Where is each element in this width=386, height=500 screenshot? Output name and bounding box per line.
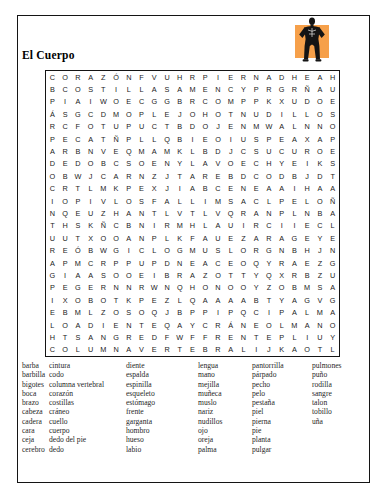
grid-cell[interactable]: W bbox=[97, 96, 110, 108]
grid-cell[interactable]: B bbox=[173, 121, 186, 133]
grid-cell[interactable]: R bbox=[59, 183, 72, 195]
grid-cell[interactable]: P bbox=[148, 257, 161, 269]
grid-cell[interactable]: P bbox=[122, 121, 135, 133]
grid-cell[interactable]: A bbox=[326, 282, 339, 294]
grid-cell[interactable]: A bbox=[186, 183, 199, 195]
grid-cell[interactable]: A bbox=[84, 133, 97, 145]
grid-cell[interactable]: M bbox=[186, 83, 199, 95]
grid-cell[interactable]: G bbox=[110, 331, 123, 343]
grid-cell[interactable]: H bbox=[186, 220, 199, 232]
grid-cell[interactable]: O bbox=[186, 108, 199, 120]
grid-cell[interactable]: A bbox=[71, 96, 84, 108]
grid-cell[interactable]: E bbox=[212, 170, 225, 182]
grid-cell[interactable]: I bbox=[97, 319, 110, 331]
grid-cell[interactable]: N bbox=[161, 158, 174, 170]
grid-cell[interactable]: O bbox=[224, 282, 237, 294]
grid-cell[interactable]: I bbox=[288, 220, 301, 232]
grid-cell[interactable]: S bbox=[224, 195, 237, 207]
grid-cell[interactable]: A bbox=[148, 145, 161, 157]
grid-cell[interactable]: G bbox=[161, 96, 174, 108]
grid-cell[interactable]: B bbox=[161, 269, 174, 281]
grid-cell[interactable]: E bbox=[71, 207, 84, 219]
grid-cell[interactable]: O bbox=[199, 121, 212, 133]
grid-cell[interactable]: E bbox=[326, 96, 339, 108]
grid-cell[interactable]: C bbox=[110, 220, 123, 232]
grid-cell[interactable]: A bbox=[71, 319, 84, 331]
grid-cell[interactable]: N bbox=[237, 183, 250, 195]
grid-cell[interactable]: P bbox=[122, 133, 135, 145]
grid-cell[interactable]: I bbox=[301, 158, 314, 170]
grid-cell[interactable]: Y bbox=[263, 257, 276, 269]
grid-cell[interactable]: N bbox=[110, 344, 123, 356]
grid-cell[interactable]: N bbox=[173, 257, 186, 269]
grid-cell[interactable]: J bbox=[161, 306, 174, 318]
grid-cell[interactable]: L bbox=[84, 306, 97, 318]
grid-cell[interactable]: J bbox=[314, 244, 327, 256]
grid-cell[interactable]: O bbox=[122, 195, 135, 207]
grid-cell[interactable]: O bbox=[59, 195, 72, 207]
grid-cell[interactable]: T bbox=[263, 294, 276, 306]
grid-cell[interactable]: S bbox=[135, 195, 148, 207]
grid-cell[interactable]: I bbox=[148, 269, 161, 281]
grid-cell[interactable]: A bbox=[288, 257, 301, 269]
grid-cell[interactable]: L bbox=[161, 232, 174, 244]
grid-cell[interactable]: E bbox=[59, 133, 72, 145]
grid-cell[interactable]: O bbox=[237, 244, 250, 256]
grid-cell[interactable]: F bbox=[71, 121, 84, 133]
grid-cell[interactable]: N bbox=[84, 145, 97, 157]
grid-cell[interactable]: L bbox=[288, 331, 301, 343]
grid-cell[interactable]: Q bbox=[186, 294, 199, 306]
grid-cell[interactable]: A bbox=[288, 306, 301, 318]
grid-cell[interactable]: E bbox=[301, 232, 314, 244]
grid-cell[interactable]: L bbox=[148, 133, 161, 145]
grid-cell[interactable]: E bbox=[326, 232, 339, 244]
grid-cell[interactable]: K bbox=[84, 220, 97, 232]
grid-cell[interactable]: I bbox=[250, 344, 263, 356]
grid-cell[interactable]: I bbox=[301, 331, 314, 343]
grid-cell[interactable]: D bbox=[186, 121, 199, 133]
grid-cell[interactable]: E bbox=[250, 319, 263, 331]
grid-cell[interactable]: D bbox=[97, 108, 110, 120]
grid-cell[interactable]: A bbox=[314, 83, 327, 95]
grid-cell[interactable]: R bbox=[288, 269, 301, 281]
grid-cell[interactable]: M bbox=[301, 282, 314, 294]
grid-cell[interactable]: G bbox=[326, 257, 339, 269]
grid-cell[interactable]: Z bbox=[97, 71, 110, 83]
grid-cell[interactable]: F bbox=[199, 331, 212, 343]
grid-cell[interactable]: U bbox=[135, 121, 148, 133]
grid-cell[interactable]: N bbox=[326, 244, 339, 256]
grid-cell[interactable]: A bbox=[326, 183, 339, 195]
grid-cell[interactable]: F bbox=[161, 331, 174, 343]
grid-cell[interactable]: L bbox=[288, 207, 301, 219]
grid-cell[interactable]: L bbox=[326, 344, 339, 356]
grid-cell[interactable]: O bbox=[212, 108, 225, 120]
grid-cell[interactable]: Q bbox=[263, 269, 276, 281]
grid-cell[interactable]: R bbox=[250, 220, 263, 232]
grid-cell[interactable]: Q bbox=[122, 145, 135, 157]
grid-cell[interactable]: I bbox=[288, 183, 301, 195]
grid-cell[interactable]: P bbox=[275, 207, 288, 219]
grid-cell[interactable]: D bbox=[71, 158, 84, 170]
grid-cell[interactable]: C bbox=[59, 121, 72, 133]
grid-cell[interactable]: R bbox=[122, 170, 135, 182]
grid-cell[interactable]: N bbox=[135, 220, 148, 232]
grid-cell[interactable]: H bbox=[199, 108, 212, 120]
grid-cell[interactable]: C bbox=[275, 145, 288, 157]
grid-cell[interactable]: O bbox=[59, 319, 72, 331]
grid-cell[interactable]: O bbox=[59, 344, 72, 356]
grid-cell[interactable]: M bbox=[97, 183, 110, 195]
grid-cell[interactable]: G bbox=[301, 294, 314, 306]
grid-cell[interactable]: T bbox=[250, 331, 263, 343]
grid-cell[interactable]: Y bbox=[237, 83, 250, 95]
grid-cell[interactable]: N bbox=[237, 319, 250, 331]
grid-cell[interactable]: C bbox=[212, 183, 225, 195]
grid-cell[interactable]: E bbox=[186, 257, 199, 269]
grid-cell[interactable]: Z bbox=[148, 170, 161, 182]
grid-cell[interactable]: Y bbox=[314, 232, 327, 244]
grid-cell[interactable]: C bbox=[71, 133, 84, 145]
grid-cell[interactable]: O bbox=[212, 269, 225, 281]
grid-cell[interactable]: R bbox=[97, 282, 110, 294]
grid-cell[interactable]: Z bbox=[237, 232, 250, 244]
grid-cell[interactable]: R bbox=[186, 96, 199, 108]
grid-cell[interactable]: O bbox=[301, 344, 314, 356]
grid-cell[interactable]: A bbox=[263, 183, 276, 195]
grid-cell[interactable]: E bbox=[224, 257, 237, 269]
grid-cell[interactable]: O bbox=[97, 294, 110, 306]
grid-cell[interactable]: M bbox=[212, 195, 225, 207]
grid-cell[interactable]: A bbox=[148, 83, 161, 95]
grid-cell[interactable]: S bbox=[97, 269, 110, 281]
grid-cell[interactable]: D bbox=[275, 71, 288, 83]
grid-cell[interactable]: E bbox=[199, 83, 212, 95]
grid-cell[interactable]: H bbox=[59, 220, 72, 232]
grid-cell[interactable]: V bbox=[148, 71, 161, 83]
grid-cell[interactable]: A bbox=[122, 344, 135, 356]
grid-cell[interactable]: R bbox=[59, 145, 72, 157]
grid-cell[interactable]: U bbox=[84, 207, 97, 219]
grid-cell[interactable]: O bbox=[71, 83, 84, 95]
grid-cell[interactable]: N bbox=[161, 282, 174, 294]
grid-cell[interactable]: R bbox=[46, 121, 59, 133]
grid-cell[interactable]: A bbox=[250, 232, 263, 244]
grid-cell[interactable]: R bbox=[263, 83, 276, 95]
grid-cell[interactable]: S bbox=[71, 331, 84, 343]
grid-cell[interactable]: M bbox=[71, 257, 84, 269]
grid-cell[interactable]: Ñ bbox=[326, 195, 339, 207]
grid-cell[interactable]: D bbox=[314, 170, 327, 182]
grid-cell[interactable]: A bbox=[199, 232, 212, 244]
grid-cell[interactable]: E bbox=[135, 183, 148, 195]
grid-cell[interactable]: O bbox=[237, 257, 250, 269]
grid-cell[interactable]: N bbox=[250, 71, 263, 83]
grid-cell[interactable]: C bbox=[97, 170, 110, 182]
grid-cell[interactable]: C bbox=[46, 183, 59, 195]
grid-cell[interactable]: Z bbox=[97, 306, 110, 318]
grid-cell[interactable]: U bbox=[84, 344, 97, 356]
grid-cell[interactable]: H bbox=[46, 331, 59, 343]
grid-cell[interactable]: E bbox=[301, 220, 314, 232]
grid-cell[interactable]: W bbox=[173, 331, 186, 343]
grid-cell[interactable]: S bbox=[59, 108, 72, 120]
grid-cell[interactable]: A bbox=[224, 344, 237, 356]
grid-cell[interactable]: I bbox=[212, 306, 225, 318]
grid-cell[interactable]: Z bbox=[97, 207, 110, 219]
grid-cell[interactable]: A bbox=[288, 344, 301, 356]
grid-cell[interactable]: A bbox=[122, 232, 135, 244]
grid-cell[interactable]: N bbox=[122, 319, 135, 331]
grid-cell[interactable]: C bbox=[237, 145, 250, 157]
grid-cell[interactable]: W bbox=[148, 282, 161, 294]
grid-cell[interactable]: G bbox=[110, 244, 123, 256]
grid-cell[interactable]: Q bbox=[59, 207, 72, 219]
grid-cell[interactable]: E bbox=[148, 319, 161, 331]
grid-cell[interactable]: Ó bbox=[110, 71, 123, 83]
grid-cell[interactable]: D bbox=[46, 158, 59, 170]
grid-cell[interactable]: A bbox=[237, 195, 250, 207]
grid-cell[interactable]: R bbox=[199, 170, 212, 182]
grid-cell[interactable]: Q bbox=[148, 306, 161, 318]
grid-cell[interactable]: A bbox=[199, 294, 212, 306]
grid-cell[interactable]: I bbox=[275, 108, 288, 120]
grid-cell[interactable]: J bbox=[84, 170, 97, 182]
grid-cell[interactable]: O bbox=[71, 294, 84, 306]
grid-cell[interactable]: T bbox=[326, 170, 339, 182]
grid-cell[interactable]: Z bbox=[263, 282, 276, 294]
grid-cell[interactable]: V bbox=[135, 344, 148, 356]
grid-cell[interactable]: L bbox=[148, 108, 161, 120]
grid-cell[interactable]: P bbox=[224, 306, 237, 318]
grid-cell[interactable]: S bbox=[212, 244, 225, 256]
grid-cell[interactable]: E bbox=[326, 145, 339, 157]
grid-cell[interactable]: H bbox=[110, 207, 123, 219]
grid-cell[interactable]: C bbox=[250, 195, 263, 207]
grid-cell[interactable]: I bbox=[148, 220, 161, 232]
grid-cell[interactable]: H bbox=[301, 183, 314, 195]
grid-cell[interactable]: Ñ bbox=[301, 83, 314, 95]
grid-cell[interactable]: O bbox=[314, 108, 327, 120]
grid-cell[interactable]: O bbox=[161, 244, 174, 256]
grid-cell[interactable]: I bbox=[122, 244, 135, 256]
grid-cell[interactable]: A bbox=[314, 133, 327, 145]
grid-cell[interactable]: G bbox=[71, 108, 84, 120]
grid-cell[interactable]: X bbox=[301, 133, 314, 145]
grid-cell[interactable]: U bbox=[326, 83, 339, 95]
grid-cell[interactable]: E bbox=[288, 195, 301, 207]
grid-cell[interactable]: U bbox=[250, 108, 263, 120]
grid-cell[interactable]: A bbox=[161, 195, 174, 207]
grid-cell[interactable]: C bbox=[148, 121, 161, 133]
grid-cell[interactable]: R bbox=[97, 257, 110, 269]
grid-cell[interactable]: E bbox=[224, 183, 237, 195]
grid-cell[interactable]: A bbox=[263, 71, 276, 83]
grid-cell[interactable]: M bbox=[173, 220, 186, 232]
grid-cell[interactable]: V bbox=[212, 158, 225, 170]
grid-cell[interactable]: Q bbox=[173, 282, 186, 294]
grid-cell[interactable]: S bbox=[84, 83, 97, 95]
grid-cell[interactable]: Ñ bbox=[110, 133, 123, 145]
grid-cell[interactable]: H bbox=[326, 71, 339, 83]
grid-cell[interactable]: L bbox=[288, 108, 301, 120]
grid-cell[interactable]: J bbox=[173, 108, 186, 120]
grid-cell[interactable]: A bbox=[301, 319, 314, 331]
grid-cell[interactable]: U bbox=[59, 232, 72, 244]
grid-cell[interactable]: W bbox=[71, 170, 84, 182]
grid-cell[interactable]: Á bbox=[224, 319, 237, 331]
grid-cell[interactable]: A bbox=[224, 294, 237, 306]
grid-cell[interactable]: I bbox=[186, 133, 199, 145]
grid-cell[interactable]: N bbox=[122, 71, 135, 83]
grid-cell[interactable]: Ñ bbox=[97, 220, 110, 232]
grid-cell[interactable]: T bbox=[97, 121, 110, 133]
grid-cell[interactable]: K bbox=[122, 294, 135, 306]
grid-cell[interactable]: O bbox=[110, 232, 123, 244]
grid-cell[interactable]: U bbox=[199, 244, 212, 256]
grid-cell[interactable]: N bbox=[263, 207, 276, 219]
grid-cell[interactable]: C bbox=[84, 108, 97, 120]
grid-cell[interactable]: P bbox=[135, 108, 148, 120]
grid-cell[interactable]: C bbox=[250, 306, 263, 318]
grid-cell[interactable]: C bbox=[199, 96, 212, 108]
grid-cell[interactable]: R bbox=[212, 331, 225, 343]
grid-cell[interactable]: B bbox=[59, 170, 72, 182]
grid-cell[interactable]: C bbox=[212, 257, 225, 269]
grid-cell[interactable]: N bbox=[135, 170, 148, 182]
grid-cell[interactable]: R bbox=[173, 269, 186, 281]
grid-cell[interactable]: B bbox=[84, 294, 97, 306]
grid-cell[interactable]: E bbox=[263, 331, 276, 343]
grid-cell[interactable]: P bbox=[148, 232, 161, 244]
grid-cell[interactable]: M bbox=[250, 121, 263, 133]
grid-cell[interactable]: T bbox=[71, 183, 84, 195]
grid-cell[interactable]: A bbox=[275, 121, 288, 133]
grid-cell[interactable]: H bbox=[288, 71, 301, 83]
grid-cell[interactable]: A bbox=[46, 145, 59, 157]
grid-cell[interactable]: M bbox=[71, 306, 84, 318]
grid-cell[interactable]: D bbox=[301, 96, 314, 108]
grid-cell[interactable]: J bbox=[263, 344, 276, 356]
grid-cell[interactable]: L bbox=[275, 319, 288, 331]
grid-cell[interactable]: C bbox=[84, 257, 97, 269]
grid-cell[interactable]: O bbox=[84, 158, 97, 170]
grid-cell[interactable]: O bbox=[199, 282, 212, 294]
grid-cell[interactable]: N bbox=[314, 121, 327, 133]
grid-cell[interactable]: D bbox=[161, 257, 174, 269]
grid-cell[interactable]: Y bbox=[275, 158, 288, 170]
grid-cell[interactable]: R bbox=[135, 282, 148, 294]
grid-cell[interactable]: E bbox=[301, 71, 314, 83]
grid-cell[interactable]: V bbox=[212, 207, 225, 219]
grid-cell[interactable]: Q bbox=[250, 257, 263, 269]
grid-cell[interactable]: G bbox=[148, 96, 161, 108]
grid-cell[interactable]: X bbox=[275, 96, 288, 108]
grid-cell[interactable]: A bbox=[250, 207, 263, 219]
grid-cell[interactable]: X bbox=[148, 183, 161, 195]
grid-cell[interactable]: O bbox=[224, 158, 237, 170]
grid-cell[interactable]: V bbox=[314, 294, 327, 306]
grid-cell[interactable]: Q bbox=[161, 319, 174, 331]
grid-cell[interactable]: E bbox=[59, 158, 72, 170]
grid-cell[interactable]: T bbox=[135, 319, 148, 331]
grid-cell[interactable]: X bbox=[84, 232, 97, 244]
grid-cell[interactable]: E bbox=[122, 96, 135, 108]
grid-cell[interactable]: P bbox=[326, 133, 339, 145]
grid-cell[interactable]: L bbox=[122, 83, 135, 95]
grid-cell[interactable]: S bbox=[122, 306, 135, 318]
grid-cell[interactable]: S bbox=[250, 145, 263, 157]
grid-cell[interactable]: T bbox=[71, 232, 84, 244]
grid-cell[interactable]: P bbox=[46, 96, 59, 108]
grid-cell[interactable]: O bbox=[59, 71, 72, 83]
grid-cell[interactable]: P bbox=[275, 306, 288, 318]
grid-cell[interactable]: E bbox=[148, 294, 161, 306]
grid-cell[interactable]: E bbox=[224, 331, 237, 343]
grid-cell[interactable]: G bbox=[263, 244, 276, 256]
grid-cell[interactable]: T bbox=[186, 207, 199, 219]
grid-cell[interactable]: Á bbox=[46, 108, 59, 120]
grid-cell[interactable]: Q bbox=[237, 306, 250, 318]
grid-cell[interactable]: U bbox=[288, 145, 301, 157]
grid-cell[interactable]: N bbox=[275, 244, 288, 256]
grid-cell[interactable]: T bbox=[110, 294, 123, 306]
grid-cell[interactable]: L bbox=[326, 220, 339, 232]
grid-cell[interactable]: N bbox=[237, 331, 250, 343]
grid-cell[interactable]: I bbox=[110, 83, 123, 95]
grid-cell[interactable]: O bbox=[212, 96, 225, 108]
grid-cell[interactable]: R bbox=[161, 220, 174, 232]
grid-cell[interactable]: H bbox=[263, 158, 276, 170]
grid-cell[interactable]: Q bbox=[224, 207, 237, 219]
grid-cell[interactable]: B bbox=[97, 158, 110, 170]
grid-cell[interactable]: N bbox=[212, 83, 225, 95]
grid-cell[interactable]: X bbox=[275, 269, 288, 281]
grid-cell[interactable]: A bbox=[110, 170, 123, 182]
grid-cell[interactable]: U bbox=[288, 96, 301, 108]
grid-cell[interactable]: A bbox=[71, 269, 84, 281]
grid-cell[interactable]: O bbox=[237, 282, 250, 294]
grid-cell[interactable]: B bbox=[59, 306, 72, 318]
grid-cell[interactable]: Ó bbox=[71, 244, 84, 256]
grid-cell[interactable]: B bbox=[173, 306, 186, 318]
grid-cell[interactable]: L bbox=[288, 121, 301, 133]
grid-cell[interactable]: F bbox=[186, 232, 199, 244]
grid-cell[interactable]: T bbox=[224, 269, 237, 281]
grid-cell[interactable]: L bbox=[46, 319, 59, 331]
grid-cell[interactable]: P bbox=[135, 294, 148, 306]
grid-cell[interactable]: C bbox=[224, 83, 237, 95]
grid-cell[interactable]: L bbox=[301, 108, 314, 120]
grid-cell[interactable]: K bbox=[173, 232, 186, 244]
grid-cell[interactable]: O bbox=[110, 306, 123, 318]
grid-cell[interactable]: P bbox=[275, 195, 288, 207]
grid-cell[interactable]: I bbox=[84, 96, 97, 108]
grid-cell[interactable]: Y bbox=[275, 294, 288, 306]
grid-cell[interactable]: U bbox=[212, 232, 225, 244]
grid-cell[interactable]: K bbox=[173, 145, 186, 157]
grid-cell[interactable]: U bbox=[110, 121, 123, 133]
grid-cell[interactable]: N bbox=[301, 207, 314, 219]
grid-cell[interactable]: D bbox=[84, 319, 97, 331]
grid-cell[interactable]: J bbox=[224, 145, 237, 157]
grid-cell[interactable]: P bbox=[199, 71, 212, 83]
grid-cell[interactable]: A bbox=[288, 294, 301, 306]
grid-cell[interactable]: U bbox=[326, 269, 339, 281]
grid-cell[interactable]: R bbox=[301, 145, 314, 157]
grid-cell[interactable]: R bbox=[275, 257, 288, 269]
